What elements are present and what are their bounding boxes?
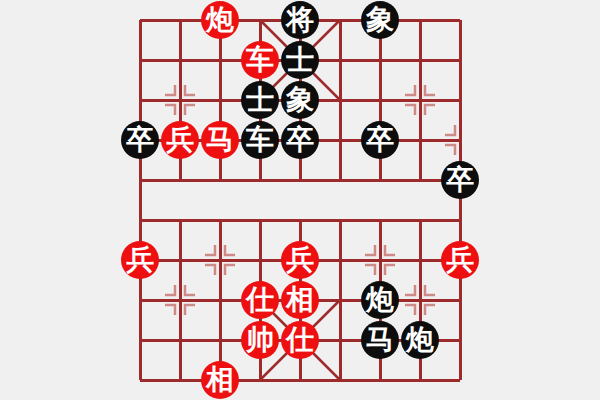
piece-red-king[interactable]: 帅 xyxy=(241,321,279,359)
piece-black-soldier[interactable]: 卒 xyxy=(361,121,399,159)
piece-red-elephant[interactable]: 相 xyxy=(281,281,319,319)
piece-black-king[interactable]: 将 xyxy=(281,1,319,39)
piece-red-soldier[interactable]: 兵 xyxy=(161,121,199,159)
piece-black-chariot[interactable]: 车 xyxy=(241,121,279,159)
piece-red-soldier[interactable]: 兵 xyxy=(121,241,159,279)
piece-red-horse[interactable]: 马 xyxy=(201,121,239,159)
piece-red-advisor[interactable]: 仕 xyxy=(241,281,279,319)
xiangqi-app: 炮车兵马兵兵兵仕相帅仕相将象士士象卒车卒卒卒炮马炮 xyxy=(0,0,600,400)
pieces-layer: 炮车兵马兵兵兵仕相帅仕相将象士士象卒车卒卒卒炮马炮 xyxy=(120,0,480,400)
piece-black-soldier[interactable]: 卒 xyxy=(281,121,319,159)
piece-red-soldier[interactable]: 兵 xyxy=(281,241,319,279)
piece-red-cannon[interactable]: 炮 xyxy=(201,1,239,39)
piece-black-cannon[interactable]: 炮 xyxy=(401,321,439,359)
piece-red-advisor[interactable]: 仕 xyxy=(281,321,319,359)
piece-black-elephant[interactable]: 象 xyxy=(281,81,319,119)
piece-black-advisor[interactable]: 士 xyxy=(241,81,279,119)
piece-black-horse[interactable]: 马 xyxy=(361,321,399,359)
piece-black-soldier[interactable]: 卒 xyxy=(121,121,159,159)
piece-black-cannon[interactable]: 炮 xyxy=(361,281,399,319)
piece-black-soldier[interactable]: 卒 xyxy=(441,161,479,199)
piece-black-advisor[interactable]: 士 xyxy=(281,41,319,79)
piece-red-chariot[interactable]: 车 xyxy=(241,41,279,79)
piece-red-soldier[interactable]: 兵 xyxy=(441,241,479,279)
piece-black-elephant[interactable]: 象 xyxy=(361,1,399,39)
piece-red-elephant[interactable]: 相 xyxy=(201,361,239,399)
